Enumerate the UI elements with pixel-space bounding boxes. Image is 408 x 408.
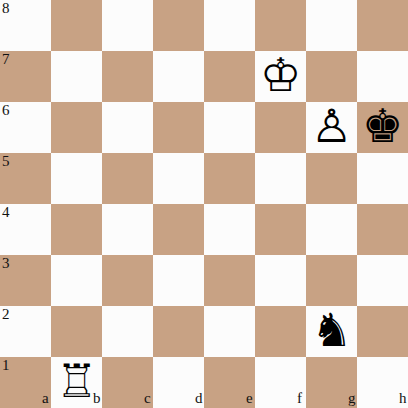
- square-b1[interactable]: ♖: [51, 357, 102, 408]
- square-d3[interactable]: [153, 255, 204, 306]
- square-f7[interactable]: ♔: [255, 51, 306, 102]
- square-f5[interactable]: [255, 153, 306, 204]
- square-b7[interactable]: [51, 51, 102, 102]
- square-a4[interactable]: [0, 204, 51, 255]
- square-g1[interactable]: [306, 357, 357, 408]
- square-a7[interactable]: [0, 51, 51, 102]
- piece-white-king[interactable]: ♔: [260, 50, 301, 101]
- square-e7[interactable]: [204, 51, 255, 102]
- square-c2[interactable]: [102, 306, 153, 357]
- square-a1[interactable]: [0, 357, 51, 408]
- piece-white-pawn[interactable]: ♙: [311, 101, 352, 152]
- square-h7[interactable]: [357, 51, 408, 102]
- square-g7[interactable]: [306, 51, 357, 102]
- square-g5[interactable]: [306, 153, 357, 204]
- square-h8[interactable]: [357, 0, 408, 51]
- square-a2[interactable]: [0, 306, 51, 357]
- square-d5[interactable]: [153, 153, 204, 204]
- square-c6[interactable]: [102, 102, 153, 153]
- square-a3[interactable]: [0, 255, 51, 306]
- square-h6[interactable]: ♚: [357, 102, 408, 153]
- piece-white-rook[interactable]: ♖: [56, 356, 97, 407]
- square-g6[interactable]: ♙: [306, 102, 357, 153]
- square-b6[interactable]: [51, 102, 102, 153]
- square-e8[interactable]: [204, 0, 255, 51]
- square-d8[interactable]: [153, 0, 204, 51]
- square-a5[interactable]: [0, 153, 51, 204]
- square-g8[interactable]: [306, 0, 357, 51]
- square-b4[interactable]: [51, 204, 102, 255]
- square-b2[interactable]: [51, 306, 102, 357]
- square-f6[interactable]: [255, 102, 306, 153]
- square-d7[interactable]: [153, 51, 204, 102]
- chess-board: ♔♙♚♞♖87654321abcdefgh: [0, 0, 408, 408]
- square-f4[interactable]: [255, 204, 306, 255]
- square-c5[interactable]: [102, 153, 153, 204]
- square-c4[interactable]: [102, 204, 153, 255]
- square-d6[interactable]: [153, 102, 204, 153]
- square-e1[interactable]: [204, 357, 255, 408]
- square-c8[interactable]: [102, 0, 153, 51]
- square-h3[interactable]: [357, 255, 408, 306]
- square-f3[interactable]: [255, 255, 306, 306]
- square-g2[interactable]: ♞: [306, 306, 357, 357]
- square-d4[interactable]: [153, 204, 204, 255]
- square-e2[interactable]: [204, 306, 255, 357]
- square-e6[interactable]: [204, 102, 255, 153]
- square-c7[interactable]: [102, 51, 153, 102]
- square-d1[interactable]: [153, 357, 204, 408]
- square-a6[interactable]: [0, 102, 51, 153]
- square-a8[interactable]: [0, 0, 51, 51]
- square-g4[interactable]: [306, 204, 357, 255]
- square-d2[interactable]: [153, 306, 204, 357]
- square-c1[interactable]: [102, 357, 153, 408]
- square-g3[interactable]: [306, 255, 357, 306]
- square-b3[interactable]: [51, 255, 102, 306]
- square-e4[interactable]: [204, 204, 255, 255]
- square-f1[interactable]: [255, 357, 306, 408]
- piece-black-king[interactable]: ♚: [362, 101, 403, 152]
- square-c3[interactable]: [102, 255, 153, 306]
- square-h5[interactable]: [357, 153, 408, 204]
- square-b8[interactable]: [51, 0, 102, 51]
- square-b5[interactable]: [51, 153, 102, 204]
- square-h4[interactable]: [357, 204, 408, 255]
- square-e3[interactable]: [204, 255, 255, 306]
- square-f8[interactable]: [255, 0, 306, 51]
- piece-black-knight[interactable]: ♞: [311, 305, 352, 356]
- square-e5[interactable]: [204, 153, 255, 204]
- square-h2[interactable]: [357, 306, 408, 357]
- square-h1[interactable]: [357, 357, 408, 408]
- square-f2[interactable]: [255, 306, 306, 357]
